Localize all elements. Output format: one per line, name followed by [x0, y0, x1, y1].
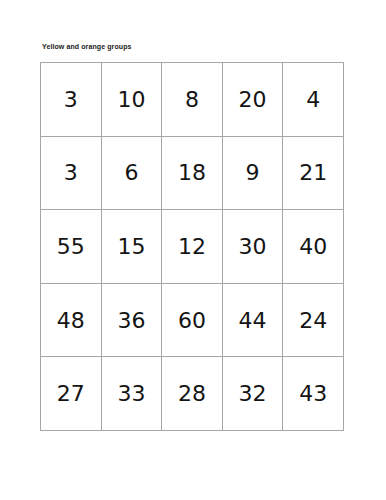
- grid-cell-r3c2: 15: [102, 210, 163, 284]
- grid-cell-r1c1: 3: [41, 63, 102, 137]
- grid-cell-r3c5: 40: [283, 210, 344, 284]
- grid-cell-r2c4: 9: [223, 137, 284, 211]
- grid-cell-r3c1: 55: [41, 210, 102, 284]
- grid-cell-r5c1: 27: [41, 357, 102, 431]
- grid-cell-r4c4: 44: [223, 284, 284, 358]
- grid-cell-r1c5: 4: [283, 63, 344, 137]
- grid-cell-r2c3: 18: [162, 137, 223, 211]
- grid-cell-r2c2: 6: [102, 137, 163, 211]
- grid-cell-r5c4: 32: [223, 357, 284, 431]
- worksheet-page: Yellow and orange groups 310820436189215…: [0, 0, 386, 500]
- grid-cell-r4c5: 24: [283, 284, 344, 358]
- grid-cell-r4c3: 60: [162, 284, 223, 358]
- page-title: Yellow and orange groups: [42, 43, 132, 50]
- grid-cell-r1c2: 10: [102, 63, 163, 137]
- grid-cell-r2c5: 21: [283, 137, 344, 211]
- grid-cell-r5c2: 33: [102, 357, 163, 431]
- grid-cell-r4c1: 48: [41, 284, 102, 358]
- grid-cell-r5c5: 43: [283, 357, 344, 431]
- grid-cell-r5c3: 28: [162, 357, 223, 431]
- grid-cell-r4c2: 36: [102, 284, 163, 358]
- grid-cell-r1c4: 20: [223, 63, 284, 137]
- number-grid: 3108204361892155151230404836604424273328…: [40, 62, 344, 431]
- grid-cell-r1c3: 8: [162, 63, 223, 137]
- grid-cell-r2c1: 3: [41, 137, 102, 211]
- grid-cell-r3c4: 30: [223, 210, 284, 284]
- grid-cell-r3c3: 12: [162, 210, 223, 284]
